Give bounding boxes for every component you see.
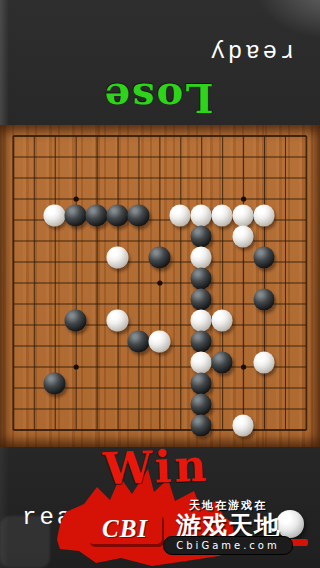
opponent-panel: ready Lose bbox=[0, 0, 320, 125]
stone-black-c12-r6 bbox=[253, 247, 275, 269]
stone-white-c9-r9 bbox=[190, 310, 212, 332]
stone-black-c9-r5 bbox=[190, 226, 212, 248]
stone-black-c5-r4 bbox=[107, 205, 129, 227]
stone-black-c4-r4 bbox=[86, 205, 108, 227]
stone-black-c7-r6 bbox=[149, 247, 171, 269]
stone-white-c11-r14 bbox=[232, 415, 254, 437]
opponent-ready-label: ready bbox=[207, 38, 294, 65]
stone-grid[interactable] bbox=[3, 126, 317, 441]
cbi-logo-badge[interactable]: CBI bbox=[88, 513, 162, 544]
stone-white-c9-r4 bbox=[190, 205, 212, 227]
stone-black-c9-r10 bbox=[190, 331, 212, 353]
cbi-logo-text: CBI bbox=[102, 515, 148, 543]
player-win-label: Win bbox=[102, 440, 210, 495]
stone-white-c5-r6 bbox=[107, 247, 129, 269]
stone-black-c9-r7 bbox=[190, 268, 212, 290]
stone-white-c12-r11 bbox=[253, 352, 275, 374]
stone-white-c7-r10 bbox=[149, 331, 171, 353]
stone-black-c12-r8 bbox=[253, 289, 275, 311]
stone-black-c3-r4 bbox=[65, 205, 87, 227]
stone-white-c11-r4 bbox=[232, 205, 254, 227]
stone-black-c2-r12 bbox=[44, 373, 66, 395]
stone-white-c12-r4 bbox=[253, 205, 275, 227]
stone-white-c9-r11 bbox=[190, 352, 212, 374]
stone-black-c9-r13 bbox=[190, 394, 212, 416]
stone-white-c2-r4 bbox=[44, 205, 66, 227]
stone-black-c9-r12 bbox=[190, 373, 212, 395]
stone-black-c3-r9 bbox=[65, 310, 87, 332]
stone-white-c5-r9 bbox=[107, 310, 129, 332]
stone-white-c9-r6 bbox=[190, 247, 212, 269]
stone-black-c6-r10 bbox=[128, 331, 150, 353]
gomoku-app-screen: ready Lose Win ready CBI 天地在游戏在 游戏天地 Cbi… bbox=[0, 0, 320, 568]
stone-white-c8-r4 bbox=[169, 205, 191, 227]
stone-white-c10-r4 bbox=[211, 205, 233, 227]
game-board[interactable] bbox=[0, 125, 320, 447]
stone-black-c9-r14 bbox=[190, 415, 212, 437]
stone-black-c9-r8 bbox=[190, 289, 212, 311]
stone-white-c11-r5 bbox=[232, 226, 254, 248]
stone-white-c10-r9 bbox=[211, 310, 233, 332]
opponent-lose-label: Lose bbox=[103, 75, 214, 122]
stone-black-c10-r11 bbox=[211, 352, 233, 374]
site-url-text: CbiGame.com bbox=[176, 540, 279, 551]
site-url-pill[interactable]: CbiGame.com bbox=[163, 536, 293, 555]
stone-black-c6-r4 bbox=[128, 205, 150, 227]
